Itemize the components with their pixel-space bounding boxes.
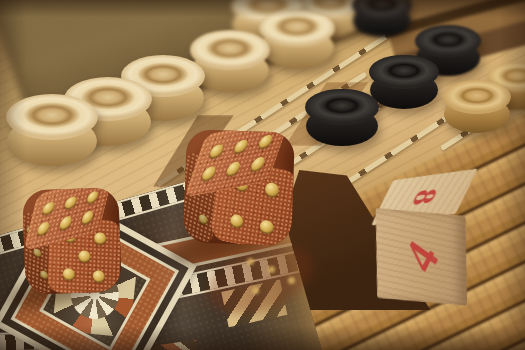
checker-light[interactable] xyxy=(6,94,98,166)
checker-dark[interactable] xyxy=(369,55,439,110)
die-pip xyxy=(94,232,107,245)
die-pip xyxy=(224,161,241,178)
die-pip xyxy=(208,143,225,160)
checker-dark[interactable] xyxy=(305,89,379,147)
checker-top xyxy=(369,55,439,90)
die-pip xyxy=(259,219,274,235)
pip-reflection xyxy=(288,277,295,284)
checker-top xyxy=(305,89,379,126)
wooden-die-center[interactable] xyxy=(183,129,295,246)
pip-reflection xyxy=(252,287,259,294)
die-pip xyxy=(63,195,78,211)
die-pip xyxy=(58,216,73,232)
doubling-cube-front-face: 4 xyxy=(376,208,468,306)
doubling-cube-front-number: 4 xyxy=(397,233,446,281)
pip-reflection xyxy=(268,266,275,273)
wooden-die-left[interactable] xyxy=(22,187,122,294)
die-pip xyxy=(85,190,100,206)
die-pip xyxy=(229,213,244,229)
checker-top xyxy=(415,25,481,58)
checker-light[interactable] xyxy=(443,80,511,133)
die-pip xyxy=(200,166,217,183)
checker-top xyxy=(259,9,335,47)
checker-light[interactable] xyxy=(259,9,335,68)
die-pip xyxy=(80,210,95,226)
die-pip xyxy=(33,248,41,259)
checker-top xyxy=(443,80,511,114)
die-pip xyxy=(41,200,56,216)
die-pip xyxy=(198,213,208,226)
checker-top xyxy=(6,94,98,140)
doubling-cube[interactable]: 8 4 xyxy=(370,170,479,308)
die-pip xyxy=(62,268,75,281)
doubling-cube-top-number: 8 xyxy=(406,187,444,206)
die-pip xyxy=(264,182,279,198)
die-pip xyxy=(257,133,274,150)
die-pip xyxy=(249,156,266,173)
die-pip xyxy=(36,221,51,237)
backgammon-board-photo: 8 4 xyxy=(0,0,525,350)
checker-dark[interactable] xyxy=(352,0,412,37)
die-pip xyxy=(78,250,91,263)
die-pip xyxy=(232,138,249,155)
pip-reflection xyxy=(247,258,254,265)
die-pip xyxy=(93,270,106,283)
